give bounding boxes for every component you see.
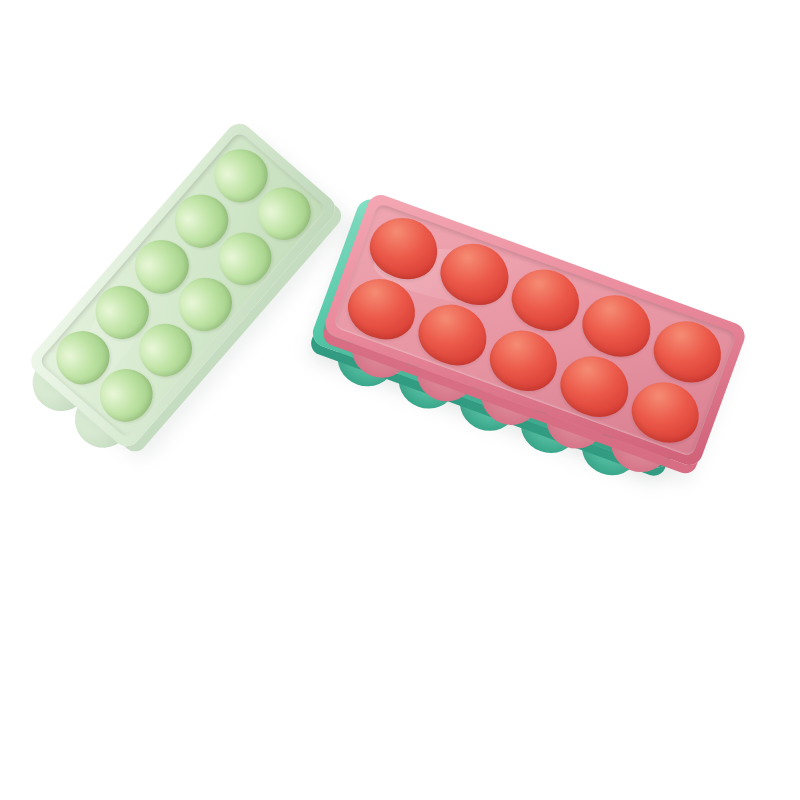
tray-group [0, 0, 800, 800]
ice-cube-tray-mint [25, 118, 340, 452]
ice-cube-tray-coral [321, 191, 748, 469]
product-photo-canvas [0, 0, 800, 800]
